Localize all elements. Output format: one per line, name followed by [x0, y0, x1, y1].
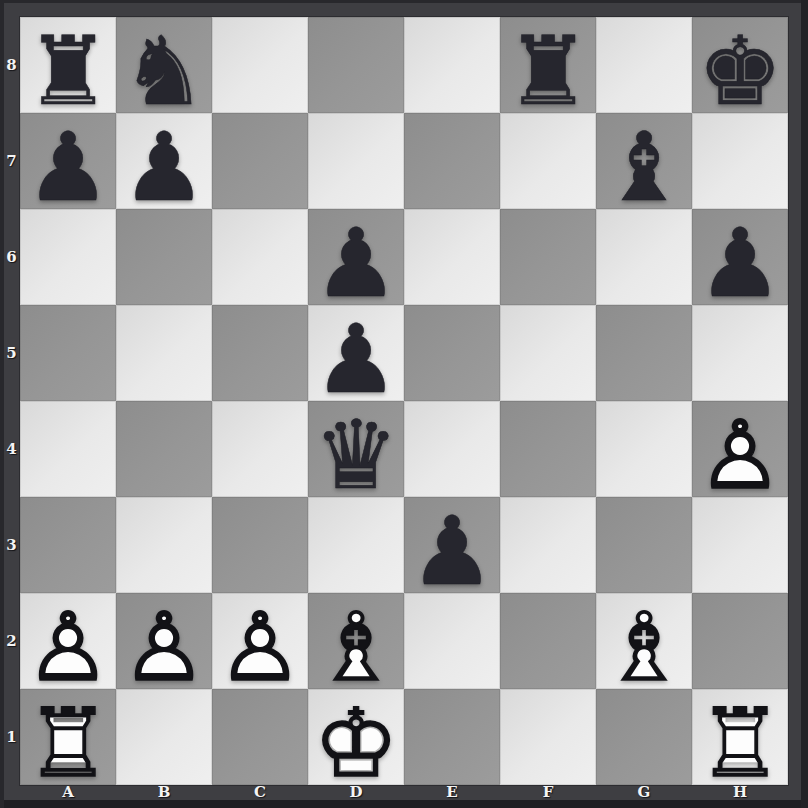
square-e1[interactable] [404, 689, 500, 785]
file-label-h: H [692, 784, 788, 800]
square-b4[interactable] [116, 401, 212, 497]
square-h1[interactable]: ♜♖ [692, 689, 788, 785]
file-label-c: C [212, 784, 308, 800]
square-g6[interactable] [596, 209, 692, 305]
piece-white-pawn[interactable]: ♟♙ [212, 593, 308, 689]
chess-board: ♜♞♜♚♟♟♝♟♟♟♛♟♙♟♟♙♟♙♟♙♝♗♝♗♜♖♚♔♜♖ [20, 17, 788, 785]
square-e8[interactable] [404, 17, 500, 113]
piece-white-pawn[interactable]: ♟♙ [692, 401, 788, 497]
piece-black-rook[interactable]: ♜ [500, 17, 596, 113]
square-a1[interactable]: ♜♖ [20, 689, 116, 785]
square-a7[interactable]: ♟ [20, 113, 116, 209]
square-d4[interactable]: ♛ [308, 401, 404, 497]
piece-glyph: ♟ [409, 504, 494, 599]
square-h7[interactable] [692, 113, 788, 209]
square-a8[interactable]: ♜ [20, 17, 116, 113]
rank-label-4: 4 [0, 401, 20, 497]
rank-label-8: 8 [0, 17, 20, 113]
piece-black-bishop[interactable]: ♝ [596, 113, 692, 209]
file-label-f: F [500, 784, 596, 800]
square-d5[interactable]: ♟ [308, 305, 404, 401]
square-b6[interactable] [116, 209, 212, 305]
square-h4[interactable]: ♟♙ [692, 401, 788, 497]
rank-label-5: 5 [0, 305, 20, 401]
square-g5[interactable] [596, 305, 692, 401]
square-a4[interactable] [20, 401, 116, 497]
square-a6[interactable] [20, 209, 116, 305]
square-e4[interactable] [404, 401, 500, 497]
piece-black-pawn[interactable]: ♟ [20, 113, 116, 209]
square-h5[interactable] [692, 305, 788, 401]
square-b5[interactable] [116, 305, 212, 401]
piece-glyph-outline: ♙ [25, 600, 110, 695]
piece-glyph-outline: ♙ [217, 600, 302, 695]
piece-glyph: ♟ [121, 120, 206, 215]
square-f1[interactable] [500, 689, 596, 785]
square-a5[interactable] [20, 305, 116, 401]
square-c8[interactable] [212, 17, 308, 113]
square-h8[interactable]: ♚ [692, 17, 788, 113]
piece-white-pawn[interactable]: ♟♙ [20, 593, 116, 689]
square-g3[interactable] [596, 497, 692, 593]
rank-label-7: 7 [0, 113, 20, 209]
piece-glyph-outline: ♙ [121, 600, 206, 695]
chess-board-frame: 87654321 ♜♞♜♚♟♟♝♟♟♟♛♟♙♟♟♙♟♙♟♙♝♗♝♗♜♖♚♔♜♖ … [0, 0, 808, 808]
piece-glyph: ♛ [313, 408, 398, 503]
square-b2[interactable]: ♟♙ [116, 593, 212, 689]
piece-white-rook[interactable]: ♜♖ [692, 689, 788, 785]
square-c4[interactable] [212, 401, 308, 497]
piece-black-pawn[interactable]: ♟ [116, 113, 212, 209]
rank-coordinates: 87654321 [0, 17, 20, 785]
piece-glyph-outline: ♗ [601, 600, 686, 695]
piece-black-queen[interactable]: ♛ [308, 401, 404, 497]
piece-glyph: ♞ [121, 24, 206, 119]
piece-glyph-outline: ♖ [697, 696, 782, 791]
square-b1[interactable] [116, 689, 212, 785]
piece-glyph-outline: ♔ [313, 696, 398, 791]
square-g8[interactable] [596, 17, 692, 113]
square-d3[interactable] [308, 497, 404, 593]
piece-white-rook[interactable]: ♜♖ [20, 689, 116, 785]
square-c6[interactable] [212, 209, 308, 305]
rank-label-3: 3 [0, 497, 20, 593]
piece-white-pawn[interactable]: ♟♙ [116, 593, 212, 689]
square-f8[interactable]: ♜ [500, 17, 596, 113]
square-e5[interactable] [404, 305, 500, 401]
square-g2[interactable]: ♝♗ [596, 593, 692, 689]
piece-black-pawn[interactable]: ♟ [308, 305, 404, 401]
piece-glyph: ♚ [697, 24, 782, 119]
file-label-e: E [404, 784, 500, 800]
square-f7[interactable] [500, 113, 596, 209]
piece-glyph: ♟ [25, 120, 110, 215]
square-b7[interactable]: ♟ [116, 113, 212, 209]
piece-black-pawn[interactable]: ♟ [404, 497, 500, 593]
piece-black-rook[interactable]: ♜ [20, 17, 116, 113]
square-c5[interactable] [212, 305, 308, 401]
square-f5[interactable] [500, 305, 596, 401]
piece-glyph: ♟ [313, 216, 398, 311]
square-f3[interactable] [500, 497, 596, 593]
piece-white-bishop[interactable]: ♝♗ [596, 593, 692, 689]
square-b8[interactable]: ♞ [116, 17, 212, 113]
piece-black-pawn[interactable]: ♟ [692, 209, 788, 305]
piece-black-knight[interactable]: ♞ [116, 17, 212, 113]
piece-black-pawn[interactable]: ♟ [308, 209, 404, 305]
piece-glyph: ♟ [313, 312, 398, 407]
square-f2[interactable] [500, 593, 596, 689]
square-e7[interactable] [404, 113, 500, 209]
square-h3[interactable] [692, 497, 788, 593]
square-c2[interactable]: ♟♙ [212, 593, 308, 689]
piece-glyph: ♜ [505, 24, 590, 119]
square-c3[interactable] [212, 497, 308, 593]
square-a3[interactable] [20, 497, 116, 593]
piece-white-king[interactable]: ♚♔ [308, 689, 404, 785]
file-label-b: B [116, 784, 212, 800]
square-g4[interactable] [596, 401, 692, 497]
square-d1[interactable]: ♚♔ [308, 689, 404, 785]
square-c7[interactable] [212, 113, 308, 209]
square-d6[interactable]: ♟ [308, 209, 404, 305]
square-h6[interactable]: ♟ [692, 209, 788, 305]
square-f6[interactable] [500, 209, 596, 305]
square-d8[interactable] [308, 17, 404, 113]
file-coordinates: ABCDEFGH [20, 784, 788, 800]
square-e2[interactable] [404, 593, 500, 689]
square-d7[interactable] [308, 113, 404, 209]
square-b3[interactable] [116, 497, 212, 593]
square-g7[interactable]: ♝ [596, 113, 692, 209]
piece-white-bishop[interactable]: ♝♗ [308, 593, 404, 689]
rank-label-1: 1 [0, 689, 20, 785]
square-e6[interactable] [404, 209, 500, 305]
file-label-d: D [308, 784, 404, 800]
file-label-g: G [596, 784, 692, 800]
piece-glyph-outline: ♖ [25, 696, 110, 791]
piece-glyph: ♝ [601, 120, 686, 215]
square-e3[interactable]: ♟ [404, 497, 500, 593]
piece-glyph-outline: ♗ [313, 600, 398, 695]
piece-glyph: ♟ [697, 216, 782, 311]
square-h2[interactable] [692, 593, 788, 689]
file-label-a: A [20, 784, 116, 800]
square-c1[interactable] [212, 689, 308, 785]
piece-glyph: ♜ [25, 24, 110, 119]
piece-glyph-outline: ♙ [697, 408, 782, 503]
square-a2[interactable]: ♟♙ [20, 593, 116, 689]
square-f4[interactable] [500, 401, 596, 497]
square-d2[interactable]: ♝♗ [308, 593, 404, 689]
rank-label-6: 6 [0, 209, 20, 305]
rank-label-2: 2 [0, 593, 20, 689]
piece-black-king[interactable]: ♚ [692, 17, 788, 113]
square-g1[interactable] [596, 689, 692, 785]
